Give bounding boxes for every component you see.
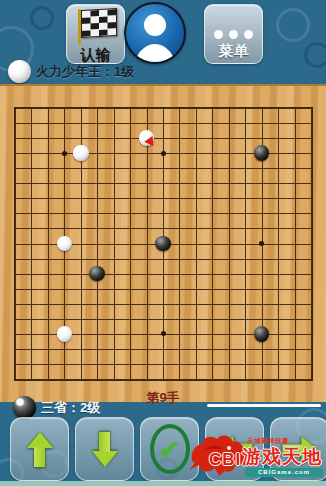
swirl-decoration	[304, 42, 326, 68]
arrow-left-button[interactable]	[205, 417, 264, 481]
board-grid[interactable]	[0, 86, 326, 404]
ellipsis-icon	[214, 27, 253, 41]
star-point	[62, 151, 67, 156]
grid-line	[245, 108, 246, 379]
arrow-right-button[interactable]	[270, 417, 326, 481]
swirl-decoration	[276, 8, 310, 42]
green-check-icon: ✔	[150, 424, 190, 474]
grid-line	[212, 108, 213, 379]
menu-label: 菜单	[219, 43, 249, 59]
swirl-decoration	[30, 6, 54, 30]
go-game-screen: 认输 菜单 火力少年王：1级 第9手 三省：2级	[0, 0, 326, 486]
grid-line	[15, 289, 311, 290]
grid-line	[15, 304, 311, 305]
grid-line	[311, 108, 312, 379]
confirm-button[interactable]: ✔	[140, 417, 199, 481]
bottom-bar: 三省：2级 ✔ CBI 天城最特玩喜 游戏天地 CBIGame.co	[0, 402, 326, 486]
divider-line	[207, 404, 321, 407]
go-board[interactable]: 第9手	[0, 84, 326, 402]
grid-line	[229, 108, 230, 379]
green-arrow-left-icon	[217, 436, 252, 462]
green-arrow-up-icon	[27, 432, 53, 467]
resign-button[interactable]: 认输	[66, 4, 125, 64]
grid-line	[179, 108, 180, 379]
white-stone-icon	[8, 60, 31, 83]
grid-line	[15, 349, 311, 350]
black-stone	[254, 326, 270, 342]
white-stone	[73, 145, 89, 161]
white-stone	[139, 130, 155, 146]
person-icon	[144, 14, 166, 36]
green-arrow-right-icon	[282, 436, 317, 462]
white-stone	[57, 326, 73, 342]
top-bar: 认输 菜单 火力少年王：1级	[0, 0, 326, 84]
white-player-info: 火力少年王：1级	[8, 60, 134, 83]
black-stone-icon	[13, 396, 36, 419]
green-arrow-down-icon	[92, 432, 118, 467]
bottom-strip	[0, 481, 326, 486]
black-player-label: 三省：2级	[41, 399, 100, 417]
arrow-down-button[interactable]	[75, 417, 134, 481]
grid-line	[295, 108, 296, 379]
grid-line	[196, 108, 197, 379]
grid-line	[278, 108, 279, 379]
menu-button[interactable]: 菜单	[204, 4, 263, 64]
white-player-label: 火力少年王：1级	[36, 63, 134, 81]
grid-line	[15, 274, 311, 275]
grid-line	[15, 379, 311, 380]
black-player-info: 三省：2级	[13, 396, 100, 419]
grid-line	[15, 259, 311, 260]
star-point	[161, 331, 166, 336]
star-point	[161, 151, 166, 156]
grid-line	[15, 319, 311, 320]
avatar-button[interactable]	[124, 2, 186, 64]
black-stone	[155, 236, 171, 252]
grid-line	[15, 364, 311, 365]
arrow-up-button[interactable]	[10, 417, 69, 481]
checkered-flag-icon	[74, 8, 118, 46]
